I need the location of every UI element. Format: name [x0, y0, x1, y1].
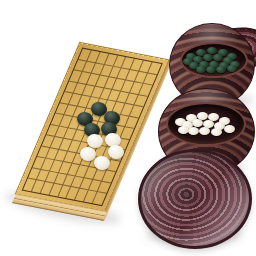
- black-bowl-stone: [213, 54, 223, 61]
- black-bowl-stone: [207, 47, 217, 54]
- white-stone-bowl-opening: [166, 102, 246, 146]
- black-bowl-stone: [227, 65, 237, 72]
- black-stone-bowl-opening: [180, 42, 248, 78]
- white-bowl-stone: [188, 127, 199, 135]
- black-bowl-stone: [216, 66, 226, 73]
- white-bowl-stone: [211, 128, 222, 136]
- black-bowl-stone: [206, 66, 216, 73]
- go-set-photo: [0, 0, 256, 256]
- white-bowl-stone: [224, 125, 235, 133]
- black-bowl-stone: [203, 54, 213, 61]
- closed-bowl-lid: [138, 149, 252, 249]
- white-bowl-stone: [199, 127, 210, 135]
- black-bowl-stone: [196, 66, 206, 73]
- white-bowl-stone: [192, 119, 203, 127]
